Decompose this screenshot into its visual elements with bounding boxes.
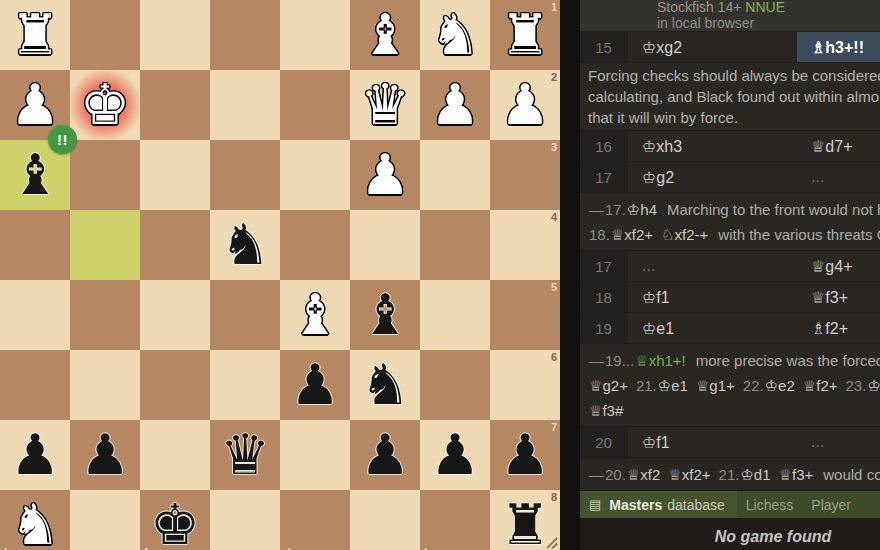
white-queen: ♛ [350, 70, 420, 140]
comment-line: Forcing checks should always be consider… [588, 65, 880, 86]
square-h5[interactable] [0, 280, 70, 350]
square-g8[interactable]: g [70, 490, 140, 550]
square-g7[interactable]: ♟ [70, 420, 140, 490]
move-number: 17 [580, 162, 628, 192]
square-e3[interactable] [210, 140, 280, 210]
black-move[interactable]: ♕g4+ [797, 251, 880, 281]
variation-move[interactable]: ♕xf2 [627, 466, 660, 483]
square-a5[interactable]: 5 [490, 280, 560, 350]
variation-comment: would collect to [823, 466, 880, 483]
variation-dash: — [589, 201, 604, 218]
move-row: 18♔f1♕f3+ [580, 282, 880, 313]
move-row: 16♔xh3♕d7+ [580, 131, 880, 162]
chess-board: ♜♝♞♜1♟♚♛♟♟2♝♟3♞4♝♝5♟♞6♟♟♛♟♟♟7♞hg♚fedcb♜8… [0, 0, 560, 550]
board-grid: ♜♝♞♜1♟♚♛♟♟2♝♟3♞4♝♝5♟♞6♟♟♛♟♟♟7♞hg♚fedcb♜8… [0, 0, 560, 550]
square-e4[interactable]: ♞ [210, 210, 280, 280]
explorer-result: No game found [580, 518, 880, 550]
white-knight: ♞ [0, 490, 70, 550]
black-move[interactable]: ♗f2+ [797, 313, 880, 343]
variation-move: 23. [846, 377, 867, 394]
variation-line: ♕g2+21.♔e1♕g1+22.♔e2♕f2+23.♔d3♘ [589, 373, 880, 398]
variation-line: ♕f3# [589, 398, 880, 423]
tab-masters-label: database [667, 497, 725, 513]
tab-player[interactable]: Player [802, 497, 860, 513]
black-king: ♚ [140, 490, 210, 550]
variation-move[interactable]: ♔h4 [627, 201, 657, 218]
square-e6[interactable] [210, 350, 280, 420]
variation-dash: — [589, 466, 604, 483]
square-f7[interactable] [140, 420, 210, 490]
variation-move[interactable]: ♕xh1+! [635, 352, 686, 369]
comment-line: calculating, and Black found out within … [588, 86, 880, 107]
variation-move[interactable]: ♕g1+ [696, 377, 735, 394]
square-b4[interactable] [420, 210, 490, 280]
square-f2[interactable] [140, 70, 210, 140]
white-rook: ♜ [0, 0, 70, 70]
move-row: 20♔f1... [580, 427, 880, 458]
board-resize-handle[interactable] [545, 535, 559, 549]
analysis-panel: Stockfish 14+ NNUE in local browser 15♔x… [580, 0, 880, 550]
black-pawn: ♟ [420, 420, 490, 490]
engine-name: Stockfish 14+ [657, 0, 741, 15]
rank-label-1: 1 [551, 2, 557, 13]
white-move[interactable]: ♔xg2 [628, 32, 797, 62]
analysis-panel-content: Stockfish 14+ NNUE in local browser 15♔x… [580, 0, 880, 550]
move-row: 15♔xg2♗h3+!! [580, 32, 880, 63]
comment-line: that it will win by force. [588, 107, 880, 128]
square-c5[interactable]: ♝ [350, 280, 420, 350]
variation-move: 21. [719, 466, 740, 483]
square-f5[interactable] [140, 280, 210, 350]
check-glow [70, 70, 140, 140]
black-move[interactable]: ♕f3+ [797, 282, 880, 312]
move-number: 16 [580, 131, 628, 161]
white-move[interactable]: ... [628, 251, 797, 281]
rank-label-8: 8 [551, 492, 557, 503]
variation-move[interactable]: ♕g2+ [589, 377, 628, 394]
square-a3[interactable]: 3 [490, 140, 560, 210]
variation-move: 17. [605, 201, 626, 218]
square-a1[interactable]: ♜1 [490, 0, 560, 70]
variation-line: —17.♔h4Marching to the front would not h… [589, 197, 880, 222]
white-pawn: ♟ [490, 70, 560, 140]
variation-move[interactable]: ♔e2 [765, 377, 795, 394]
square-h8[interactable]: ♞h [0, 490, 70, 550]
square-g6[interactable] [70, 350, 140, 420]
square-d4[interactable] [280, 210, 350, 280]
explorer-tab-bar: ▤ Masters database Lichess Player [580, 491, 880, 518]
variation-block: —19...♕xh1+!more precise was the forced … [580, 344, 880, 427]
black-pawn: ♟ [0, 420, 70, 490]
black-move[interactable]: ... [797, 162, 880, 192]
square-c7[interactable]: ♟ [350, 420, 420, 490]
move-row: 17...♕g4+ [580, 251, 880, 282]
square-a4[interactable]: 4 [490, 210, 560, 280]
variation-move[interactable]: ♕f2+ [803, 377, 838, 394]
square-d5[interactable]: ♝ [280, 280, 350, 350]
square-f1[interactable] [140, 0, 210, 70]
variation-comment: more precise was the forced check [696, 352, 880, 369]
variation-move: 20. [605, 466, 626, 483]
variation-move: 19... [605, 352, 634, 369]
square-e5[interactable] [210, 280, 280, 350]
rank-label-5: 5 [551, 282, 557, 293]
variation-dash: — [589, 352, 604, 369]
square-f8[interactable]: ♚f [140, 490, 210, 550]
square-d7[interactable] [280, 420, 350, 490]
move-row: 17♔g2... [580, 162, 880, 193]
square-a6[interactable]: 6 [490, 350, 560, 420]
variation-block: —17.♔h4Marching to the front would not h… [580, 193, 880, 251]
book-icon: ▤ [589, 497, 601, 512]
no-game-found-message: No game found [715, 528, 831, 546]
white-pawn: ♟ [420, 70, 490, 140]
white-move[interactable]: ♔f1 [628, 427, 797, 457]
variation-line: 18.♕xf2+♘xf2-+with the various threats Q… [589, 222, 880, 247]
black-knight: ♞ [210, 210, 280, 280]
variation-move[interactable]: ♕xf2+ [668, 466, 710, 483]
rank-label-4: 4 [551, 212, 557, 223]
square-d6[interactable]: ♟ [280, 350, 350, 420]
variation-move[interactable]: ♔e1 [658, 377, 688, 394]
square-c3[interactable]: ♟ [350, 140, 420, 210]
engine-info: Stockfish 14+ NNUE in local browser [580, 0, 880, 32]
square-b7[interactable]: ♟ [420, 420, 490, 490]
square-b8[interactable]: b [420, 490, 490, 550]
square-d8[interactable]: d [280, 490, 350, 550]
engine-nnue-badge: NNUE [745, 0, 785, 15]
tab-masters-database[interactable]: ▤ Masters database [580, 491, 737, 518]
square-c6[interactable]: ♞ [350, 350, 420, 420]
black-knight: ♞ [350, 350, 420, 420]
white-bishop: ♝ [280, 280, 350, 350]
move-number: 15 [580, 32, 628, 62]
panel-gap [560, 0, 580, 550]
square-c1[interactable]: ♝ [350, 0, 420, 70]
square-c2[interactable]: ♛ [350, 70, 420, 140]
square-g5[interactable] [70, 280, 140, 350]
square-b2[interactable]: ♟ [420, 70, 490, 140]
black-pawn: ♟ [350, 420, 420, 490]
square-b5[interactable] [420, 280, 490, 350]
brilliant-move-badge: !! [48, 125, 77, 154]
black-pawn: ♟ [280, 350, 350, 420]
move-number: 19 [580, 313, 628, 343]
square-g4[interactable] [70, 210, 140, 280]
move-number: 17 [580, 251, 628, 281]
white-rook: ♜ [490, 0, 560, 70]
white-knight: ♞ [420, 0, 490, 70]
black-bishop: ♝ [350, 280, 420, 350]
black-pawn: ♟ [490, 420, 560, 490]
move-number: 20 [580, 427, 628, 457]
black-pawn: ♟ [70, 420, 140, 490]
white-pawn: ♟ [350, 140, 420, 210]
square-b1[interactable]: ♞ [420, 0, 490, 70]
variation-comment: with the various threats Qg4 [718, 226, 880, 243]
black-move[interactable]: ♕d7+ [797, 131, 880, 161]
square-d1[interactable] [280, 0, 350, 70]
engine-subtitle: in local browser [657, 15, 880, 31]
square-g2[interactable]: ♚ [70, 70, 140, 140]
variation-line: —20.♕xf2♕xf2+21.♔d1♕f3+would collect to [589, 462, 880, 487]
white-bishop: ♝ [350, 0, 420, 70]
square-a7[interactable]: ♟7 [490, 420, 560, 490]
variation-move[interactable]: ♕xf2+ [611, 226, 653, 243]
square-d2[interactable] [280, 70, 350, 140]
variation-move[interactable]: ♘xf2-+ [661, 226, 708, 243]
white-move[interactable]: ♔e1 [628, 313, 797, 343]
variation-move: 18. [589, 226, 610, 243]
white-move[interactable]: ♔xh3 [628, 131, 797, 161]
variation-comment: Marching to the front would not have he [667, 201, 880, 218]
move-list: 15♔xg2♗h3+!!Forcing checks should always… [580, 32, 880, 491]
square-h1[interactable]: ♜ [0, 0, 70, 70]
square-a2[interactable]: ♟2 [490, 70, 560, 140]
square-d3[interactable] [280, 140, 350, 210]
rank-label-3: 3 [551, 142, 557, 153]
variation-block: —20.♕xf2♕xf2+21.♔d1♕f3+would collect to [580, 458, 880, 491]
square-h7[interactable]: ♟ [0, 420, 70, 490]
variation-move[interactable]: ♕f3# [589, 402, 623, 419]
square-e2[interactable] [210, 70, 280, 140]
square-g3[interactable] [70, 140, 140, 210]
square-h4[interactable] [0, 210, 70, 280]
black-move[interactable]: ♗h3+!! [797, 32, 880, 62]
move-row: 19♔e1♗f2+ [580, 313, 880, 344]
variation-line: —19...♕xh1+!more precise was the forced … [589, 348, 880, 373]
white-move[interactable]: ♔f1 [628, 282, 797, 312]
variation-move[interactable]: ♔d3 [867, 377, 880, 394]
square-f3[interactable] [140, 140, 210, 210]
black-move[interactable]: ... [797, 427, 880, 457]
variation-move: 22. [743, 377, 764, 394]
square-c8[interactable]: c [350, 490, 420, 550]
tab-lichess[interactable]: Lichess [737, 497, 802, 513]
square-e8[interactable]: e [210, 490, 280, 550]
move-number: 18 [580, 282, 628, 312]
black-queen: ♛ [210, 420, 280, 490]
rank-label-7: 7 [551, 422, 557, 433]
tab-masters-label-bold: Masters [609, 497, 662, 513]
square-f6[interactable] [140, 350, 210, 420]
variation-move[interactable]: ♔d1 [740, 466, 770, 483]
square-c4[interactable] [350, 210, 420, 280]
square-g1[interactable] [70, 0, 140, 70]
variation-move[interactable]: ♕f3+ [779, 466, 814, 483]
white-move[interactable]: ♔g2 [628, 162, 797, 192]
square-e1[interactable] [210, 0, 280, 70]
rank-label-6: 6 [551, 352, 557, 363]
square-e7[interactable]: ♛ [210, 420, 280, 490]
rank-label-2: 2 [551, 72, 557, 83]
variation-move: 21. [636, 377, 657, 394]
square-f4[interactable] [140, 210, 210, 280]
square-b6[interactable] [420, 350, 490, 420]
square-b3[interactable] [420, 140, 490, 210]
comment-block: Forcing checks should always be consider… [580, 63, 880, 131]
square-h6[interactable] [0, 350, 70, 420]
